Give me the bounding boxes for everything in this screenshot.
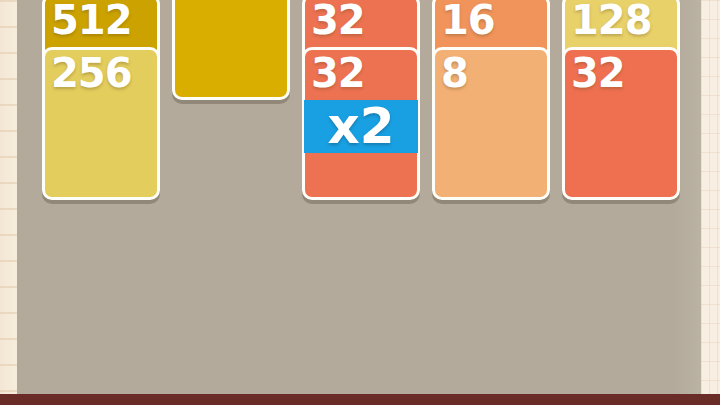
game-board: 5122563232x216812832 bbox=[0, 0, 720, 405]
card-value: 8 bbox=[441, 50, 468, 96]
multiplier-x2-badge: x2 bbox=[304, 100, 418, 153]
card-256-col1[interactable]: 256 bbox=[42, 47, 160, 200]
card-32-col3[interactable]: 32x2 bbox=[302, 47, 420, 200]
card-value: 32 bbox=[311, 0, 365, 43]
table-wood-left bbox=[0, 0, 17, 405]
table-wood-right bbox=[701, 0, 720, 405]
card-32-col5[interactable]: 32 bbox=[562, 47, 680, 200]
card-value: 32 bbox=[311, 50, 365, 96]
card-value: 16 bbox=[441, 0, 495, 43]
card-value: 512 bbox=[51, 0, 132, 43]
card-value: 128 bbox=[571, 0, 652, 43]
card-value: 256 bbox=[51, 50, 132, 96]
card-value: 32 bbox=[571, 50, 625, 96]
card-hidden-col2[interactable] bbox=[172, 0, 290, 100]
bottom-tray-edge bbox=[0, 394, 720, 405]
card-8-col4[interactable]: 8 bbox=[432, 47, 550, 200]
